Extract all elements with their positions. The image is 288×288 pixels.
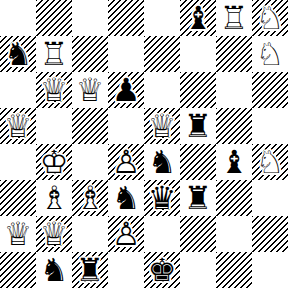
square-a6[interactable] — [0, 72, 36, 108]
piece-glyph-layer: ♕ — [0, 216, 36, 252]
square-f2[interactable] — [180, 216, 216, 252]
piece-black-knight[interactable]: ♞♞ — [0, 36, 36, 72]
square-d6[interactable]: ♟♟ — [108, 72, 144, 108]
piece-glyph-layer: ♞ — [0, 36, 36, 72]
piece-glyph-layer: ♖ — [216, 0, 252, 36]
piece-white-bishop[interactable]: ♝♗ — [72, 180, 108, 216]
square-e5[interactable]: ♛♕ — [144, 108, 180, 144]
piece-black-pawn[interactable]: ♟♟ — [108, 72, 144, 108]
square-h6[interactable] — [252, 72, 288, 108]
piece-glyph-layer: ♙ — [108, 216, 144, 252]
square-f5[interactable]: ♜♜ — [180, 108, 216, 144]
piece-glyph-layer: ♗ — [72, 180, 108, 216]
piece-white-rook[interactable]: ♜♖ — [36, 36, 72, 72]
piece-glyph-layer: ♕ — [36, 72, 72, 108]
square-g5[interactable] — [216, 108, 252, 144]
square-b1[interactable]: ♞♞ — [36, 252, 72, 288]
square-a5[interactable]: ♛♕ — [0, 108, 36, 144]
piece-glyph-layer: ♕ — [144, 108, 180, 144]
piece-glyph-layer: ♜ — [180, 180, 216, 216]
square-c3[interactable]: ♝♗ — [72, 180, 108, 216]
square-b2[interactable]: ♛♕ — [36, 216, 72, 252]
square-f3[interactable]: ♜♜ — [180, 180, 216, 216]
piece-glyph-layer: ♞ — [36, 252, 72, 288]
square-d1[interactable] — [108, 252, 144, 288]
square-d4[interactable]: ♟♙ — [108, 144, 144, 180]
piece-white-king[interactable]: ♚♔ — [36, 144, 72, 180]
square-h3[interactable] — [252, 180, 288, 216]
piece-white-queen[interactable]: ♛♕ — [144, 108, 180, 144]
piece-glyph-layer: ♝ — [180, 0, 216, 36]
piece-white-queen[interactable]: ♛♕ — [0, 216, 36, 252]
square-h1[interactable] — [252, 252, 288, 288]
piece-black-knight[interactable]: ♞♞ — [144, 144, 180, 180]
square-b8[interactable] — [36, 0, 72, 36]
piece-black-bishop[interactable]: ♝♝ — [180, 0, 216, 36]
square-f1[interactable] — [180, 252, 216, 288]
square-d8[interactable] — [108, 0, 144, 36]
piece-white-queen[interactable]: ♛♕ — [0, 108, 36, 144]
square-h2[interactable] — [252, 216, 288, 252]
piece-glyph-layer: ♛ — [144, 180, 180, 216]
piece-glyph-layer: ♕ — [0, 108, 36, 144]
piece-white-knight[interactable]: ♞♘ — [252, 0, 288, 36]
piece-white-rook[interactable]: ♜♖ — [216, 0, 252, 36]
square-c5[interactable] — [72, 108, 108, 144]
square-b3[interactable]: ♝♗ — [36, 180, 72, 216]
square-g7[interactable] — [216, 36, 252, 72]
square-g2[interactable] — [216, 216, 252, 252]
piece-glyph-layer: ♝ — [216, 144, 252, 180]
square-c2[interactable] — [72, 216, 108, 252]
piece-glyph-layer: ♘ — [252, 0, 288, 36]
square-d5[interactable] — [108, 108, 144, 144]
piece-glyph-layer: ♜ — [180, 108, 216, 144]
piece-glyph-layer: ♞ — [108, 180, 144, 216]
piece-black-bishop[interactable]: ♝♝ — [216, 144, 252, 180]
piece-white-queen[interactable]: ♛♕ — [36, 216, 72, 252]
square-c4[interactable] — [72, 144, 108, 180]
square-a8[interactable] — [0, 0, 36, 36]
piece-white-pawn[interactable]: ♟♙ — [108, 216, 144, 252]
piece-glyph-layer: ♙ — [108, 144, 144, 180]
square-c6[interactable]: ♛♕ — [72, 72, 108, 108]
square-g6[interactable] — [216, 72, 252, 108]
piece-glyph-layer: ♘ — [252, 36, 288, 72]
square-c1[interactable]: ♜♜ — [72, 252, 108, 288]
square-g3[interactable] — [216, 180, 252, 216]
square-e8[interactable] — [144, 0, 180, 36]
square-c8[interactable] — [72, 0, 108, 36]
piece-glyph-layer: ♞ — [144, 144, 180, 180]
piece-black-rook[interactable]: ♜♜ — [72, 252, 108, 288]
piece-black-queen[interactable]: ♛♛ — [144, 180, 180, 216]
square-b6[interactable]: ♛♕ — [36, 72, 72, 108]
piece-black-knight[interactable]: ♞♞ — [36, 252, 72, 288]
square-a3[interactable] — [0, 180, 36, 216]
square-b4[interactable]: ♚♔ — [36, 144, 72, 180]
piece-glyph-layer: ♗ — [36, 180, 72, 216]
square-e2[interactable] — [144, 216, 180, 252]
piece-black-rook[interactable]: ♜♜ — [180, 108, 216, 144]
piece-glyph-layer: ♜ — [72, 252, 108, 288]
square-f6[interactable] — [180, 72, 216, 108]
piece-black-knight[interactable]: ♞♞ — [108, 180, 144, 216]
piece-white-knight[interactable]: ♞♘ — [252, 144, 288, 180]
square-f4[interactable] — [180, 144, 216, 180]
piece-glyph-layer: ♕ — [36, 216, 72, 252]
piece-glyph-layer: ♚ — [144, 252, 180, 288]
piece-glyph-layer: ♘ — [252, 144, 288, 180]
square-e7[interactable] — [144, 36, 180, 72]
piece-glyph-layer: ♕ — [72, 72, 108, 108]
square-f7[interactable] — [180, 36, 216, 72]
square-a2[interactable]: ♛♕ — [0, 216, 36, 252]
piece-white-knight[interactable]: ♞♘ — [252, 36, 288, 72]
piece-black-rook[interactable]: ♜♜ — [180, 180, 216, 216]
square-a7[interactable]: ♞♞ — [0, 36, 36, 72]
chess-board: ♝♝♜♖♞♘♞♞♜♖♞♘♛♕♛♕♟♟♛♕♛♕♜♜♚♔♟♙♞♞♝♝♞♘♝♗♝♗♞♞… — [0, 0, 288, 288]
square-h5[interactable] — [252, 108, 288, 144]
piece-white-queen[interactable]: ♛♕ — [36, 72, 72, 108]
piece-white-queen[interactable]: ♛♕ — [72, 72, 108, 108]
square-a1[interactable] — [0, 252, 36, 288]
square-d3[interactable]: ♞♞ — [108, 180, 144, 216]
piece-white-bishop[interactable]: ♝♗ — [36, 180, 72, 216]
square-a4[interactable] — [0, 144, 36, 180]
square-e3[interactable]: ♛♛ — [144, 180, 180, 216]
square-h7[interactable]: ♞♘ — [252, 36, 288, 72]
square-h8[interactable]: ♞♘ — [252, 0, 288, 36]
square-g8[interactable]: ♜♖ — [216, 0, 252, 36]
square-d2[interactable]: ♟♙ — [108, 216, 144, 252]
square-c7[interactable] — [72, 36, 108, 72]
piece-black-king[interactable]: ♚♚ — [144, 252, 180, 288]
square-d7[interactable] — [108, 36, 144, 72]
square-e1[interactable]: ♚♚ — [144, 252, 180, 288]
square-g1[interactable] — [216, 252, 252, 288]
piece-white-pawn[interactable]: ♟♙ — [108, 144, 144, 180]
square-b5[interactable] — [36, 108, 72, 144]
square-h4[interactable]: ♞♘ — [252, 144, 288, 180]
square-g4[interactable]: ♝♝ — [216, 144, 252, 180]
piece-glyph-layer: ♔ — [36, 144, 72, 180]
square-f8[interactable]: ♝♝ — [180, 0, 216, 36]
piece-glyph-layer: ♟ — [108, 72, 144, 108]
piece-glyph-layer: ♖ — [36, 36, 72, 72]
square-e4[interactable]: ♞♞ — [144, 144, 180, 180]
square-e6[interactable] — [144, 72, 180, 108]
square-b7[interactable]: ♜♖ — [36, 36, 72, 72]
